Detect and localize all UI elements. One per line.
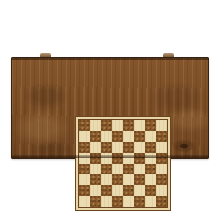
square-h3[interactable] [156, 174, 167, 185]
square-a8[interactable] [79, 120, 90, 131]
square-e6[interactable] [123, 142, 134, 153]
square-a1[interactable] [79, 196, 90, 207]
square-b2[interactable] [90, 185, 101, 196]
square-d3[interactable] [112, 174, 123, 185]
square-d8[interactable] [112, 120, 123, 131]
square-f7[interactable] [134, 131, 145, 142]
square-f8[interactable] [134, 120, 145, 131]
square-f5[interactable] [134, 153, 145, 164]
square-e8[interactable] [123, 120, 134, 131]
square-h1[interactable] [156, 196, 167, 207]
square-f3[interactable] [134, 174, 145, 185]
square-h2[interactable] [156, 185, 167, 196]
square-e5[interactable] [123, 153, 134, 164]
square-g3[interactable] [145, 174, 156, 185]
square-d7[interactable] [112, 131, 123, 142]
square-b6[interactable] [90, 142, 101, 153]
square-c7[interactable] [101, 131, 112, 142]
square-g4[interactable] [145, 164, 156, 175]
square-b3[interactable] [90, 174, 101, 185]
square-e7[interactable] [123, 131, 134, 142]
square-g5[interactable] [145, 153, 156, 164]
square-b7[interactable] [90, 131, 101, 142]
square-e3[interactable] [123, 174, 134, 185]
square-c8[interactable] [101, 120, 112, 131]
square-a7[interactable] [79, 131, 90, 142]
square-a6[interactable] [79, 142, 90, 153]
square-b1[interactable] [90, 196, 101, 207]
square-g2[interactable] [145, 185, 156, 196]
square-f4[interactable] [134, 164, 145, 175]
square-d6[interactable] [112, 142, 123, 153]
square-a2[interactable] [79, 185, 90, 196]
square-a4[interactable] [79, 164, 90, 175]
square-d5[interactable] [112, 153, 123, 164]
square-a5[interactable] [79, 153, 90, 164]
square-d1[interactable] [112, 196, 123, 207]
square-c2[interactable] [101, 185, 112, 196]
square-g7[interactable] [145, 131, 156, 142]
square-h4[interactable] [156, 164, 167, 175]
square-c5[interactable] [101, 153, 112, 164]
square-e4[interactable] [123, 164, 134, 175]
square-h7[interactable] [156, 131, 167, 142]
square-g8[interactable] [145, 120, 156, 131]
square-h8[interactable] [156, 120, 167, 131]
square-d2[interactable] [112, 185, 123, 196]
square-c3[interactable] [101, 174, 112, 185]
square-c4[interactable] [101, 164, 112, 175]
square-b5[interactable] [90, 153, 101, 164]
photo-background [0, 0, 220, 220]
square-f1[interactable] [134, 196, 145, 207]
chessboard-grid [78, 119, 168, 208]
square-g6[interactable] [145, 142, 156, 153]
square-b4[interactable] [90, 164, 101, 175]
square-e1[interactable] [123, 196, 134, 207]
square-h6[interactable] [156, 142, 167, 153]
square-f2[interactable] [134, 185, 145, 196]
square-f6[interactable] [134, 142, 145, 153]
square-e2[interactable] [123, 185, 134, 196]
square-a3[interactable] [79, 174, 90, 185]
square-c1[interactable] [101, 196, 112, 207]
chessboard-frame [75, 116, 171, 211]
square-d4[interactable] [112, 164, 123, 175]
square-c6[interactable] [101, 142, 112, 153]
square-b8[interactable] [90, 120, 101, 131]
square-g1[interactable] [145, 196, 156, 207]
wooden-case [11, 57, 209, 159]
square-h5[interactable] [156, 153, 167, 164]
